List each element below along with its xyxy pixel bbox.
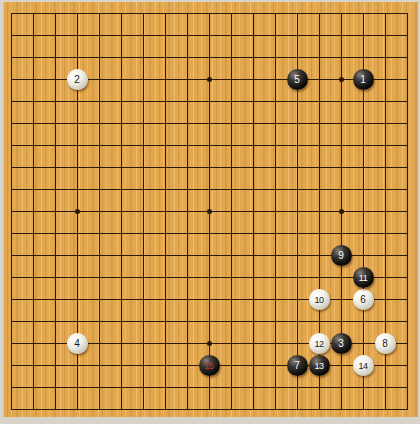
stone-black-13[interactable]: 13	[309, 355, 330, 376]
stone-black-5[interactable]: 5	[287, 69, 308, 90]
stone-move-number: 8	[382, 339, 388, 349]
stone-move-number: 13	[314, 361, 323, 370]
stone-move-number: 1	[360, 75, 366, 85]
stone-move-number: 7	[294, 361, 300, 371]
stone-black-1[interactable]: 1	[353, 69, 374, 90]
stone-move-number: 11	[359, 273, 368, 282]
stone-black-15[interactable]: 15	[199, 355, 220, 376]
stone-move-number: 5	[294, 75, 300, 85]
stone-black-7[interactable]: 7	[287, 355, 308, 376]
stone-white-12[interactable]: 12	[309, 333, 330, 354]
stone-white-4[interactable]: 4	[67, 333, 88, 354]
stone-move-number: 14	[358, 361, 367, 370]
stone-white-8[interactable]: 8	[375, 333, 396, 354]
stone-black-9[interactable]: 9	[331, 245, 352, 266]
stone-move-number: 6	[360, 295, 366, 305]
star-point	[207, 77, 212, 82]
stone-white-2[interactable]: 2	[67, 69, 88, 90]
star-point	[207, 341, 212, 346]
star-point	[339, 77, 344, 82]
board-grid[interactable]: 123456789101112131415	[0, 2, 418, 420]
stone-black-3[interactable]: 3	[331, 333, 352, 354]
stone-white-6[interactable]: 6	[353, 289, 374, 310]
star-point	[339, 209, 344, 214]
stone-move-number: 15	[204, 361, 213, 370]
stone-move-number: 10	[314, 295, 323, 304]
stone-move-number: 4	[74, 339, 80, 349]
stone-white-14[interactable]: 14	[353, 355, 374, 376]
stone-white-10[interactable]: 10	[309, 289, 330, 310]
star-point	[75, 209, 80, 214]
stone-black-11[interactable]: 11	[353, 267, 374, 288]
stone-move-number: 3	[338, 339, 344, 349]
stone-move-number: 12	[314, 339, 323, 348]
stone-move-number: 9	[338, 251, 344, 261]
go-diagram-window: 123456789101112131415	[0, 0, 420, 424]
star-point	[207, 209, 212, 214]
stone-move-number: 2	[74, 75, 80, 85]
